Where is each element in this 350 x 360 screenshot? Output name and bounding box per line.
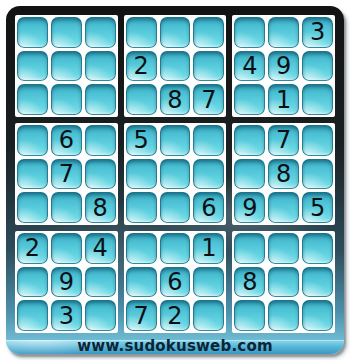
- cell-r5c1[interactable]: [17, 159, 48, 190]
- cell-r1c6[interactable]: [193, 17, 224, 48]
- cell-r1c1[interactable]: [17, 17, 48, 48]
- cell-r4c6[interactable]: [193, 125, 224, 156]
- cell-r5c2[interactable]: 7: [51, 159, 82, 190]
- cell-r5c4[interactable]: [126, 159, 157, 190]
- box-9: 8: [232, 231, 335, 333]
- cell-r2c3[interactable]: [85, 51, 116, 82]
- cell-r8c2[interactable]: 9: [51, 267, 82, 298]
- cell-r2c1[interactable]: [17, 51, 48, 82]
- cell-r1c2[interactable]: [51, 17, 82, 48]
- cell-r9c1[interactable]: [17, 300, 48, 331]
- cell-r3c4[interactable]: [126, 84, 157, 115]
- cell-r6c7[interactable]: 9: [234, 192, 265, 223]
- cell-r7c1[interactable]: 2: [17, 233, 48, 264]
- cell-r1c3[interactable]: [85, 17, 116, 48]
- cell-r9c2[interactable]: 3: [51, 300, 82, 331]
- cell-r3c7[interactable]: [234, 84, 265, 115]
- cell-r9c5[interactable]: 2: [160, 300, 191, 331]
- cell-r2c9[interactable]: [302, 51, 333, 82]
- cell-r2c4[interactable]: 2: [126, 51, 157, 82]
- board-frame: 2873491678567895249316728 www.sudokusweb…: [6, 6, 344, 354]
- cell-r2c8[interactable]: 9: [268, 51, 299, 82]
- cell-r8c1[interactable]: [17, 267, 48, 298]
- cell-r1c9[interactable]: 3: [302, 17, 333, 48]
- box-2: 287: [124, 15, 227, 117]
- cell-r7c2[interactable]: [51, 233, 82, 264]
- cell-r5c7[interactable]: [234, 159, 265, 190]
- box-5: 56: [124, 123, 227, 225]
- cell-r8c3[interactable]: [85, 267, 116, 298]
- cell-r6c6[interactable]: 6: [193, 192, 224, 223]
- box-1: [15, 15, 118, 117]
- cell-r4c3[interactable]: [85, 125, 116, 156]
- cell-r4c8[interactable]: 7: [268, 125, 299, 156]
- cell-r3c6[interactable]: 7: [193, 84, 224, 115]
- cell-r6c8[interactable]: [268, 192, 299, 223]
- cell-r3c3[interactable]: [85, 84, 116, 115]
- cell-r8c6[interactable]: [193, 267, 224, 298]
- box-4: 678: [15, 123, 118, 225]
- cell-r7c3[interactable]: 4: [85, 233, 116, 264]
- cell-r4c9[interactable]: [302, 125, 333, 156]
- cell-r4c7[interactable]: [234, 125, 265, 156]
- cell-r9c6[interactable]: [193, 300, 224, 331]
- box-3: 3491: [232, 15, 335, 117]
- cell-r8c5[interactable]: 6: [160, 267, 191, 298]
- cell-r6c9[interactable]: 5: [302, 192, 333, 223]
- box-8: 1672: [124, 231, 227, 333]
- cell-r5c6[interactable]: [193, 159, 224, 190]
- cell-r8c4[interactable]: [126, 267, 157, 298]
- cell-r1c7[interactable]: [234, 17, 265, 48]
- sudoku-screenshot: 2873491678567895249316728 www.sudokusweb…: [0, 0, 350, 360]
- cell-r2c5[interactable]: [160, 51, 191, 82]
- cell-r5c5[interactable]: [160, 159, 191, 190]
- cell-r3c2[interactable]: [51, 84, 82, 115]
- cell-r8c8[interactable]: [268, 267, 299, 298]
- cell-r6c2[interactable]: [51, 192, 82, 223]
- cell-r9c8[interactable]: [268, 300, 299, 331]
- cell-r7c9[interactable]: [302, 233, 333, 264]
- cell-r6c5[interactable]: [160, 192, 191, 223]
- cell-r3c8[interactable]: 1: [268, 84, 299, 115]
- cell-r5c3[interactable]: [85, 159, 116, 190]
- cell-r6c4[interactable]: [126, 192, 157, 223]
- cell-r4c2[interactable]: 6: [51, 125, 82, 156]
- cell-r7c6[interactable]: 1: [193, 233, 224, 264]
- site-label: www.sudokusweb.com: [77, 339, 272, 354]
- cell-r2c2[interactable]: [51, 51, 82, 82]
- sudoku-board: 2873491678567895249316728: [6, 6, 344, 333]
- cell-r1c5[interactable]: [160, 17, 191, 48]
- cell-r9c4[interactable]: 7: [126, 300, 157, 331]
- cell-r7c7[interactable]: [234, 233, 265, 264]
- cell-r4c5[interactable]: [160, 125, 191, 156]
- cell-r9c3[interactable]: [85, 300, 116, 331]
- footer-bar: www.sudokusweb.com: [6, 340, 344, 354]
- box-7: 2493: [15, 231, 118, 333]
- cell-r3c9[interactable]: [302, 84, 333, 115]
- cell-r9c7[interactable]: [234, 300, 265, 331]
- cell-r4c1[interactable]: [17, 125, 48, 156]
- cell-r3c1[interactable]: [17, 84, 48, 115]
- cell-r7c4[interactable]: [126, 233, 157, 264]
- box-6: 7895: [232, 123, 335, 225]
- cell-r7c8[interactable]: [268, 233, 299, 264]
- cell-r2c6[interactable]: [193, 51, 224, 82]
- cell-r2c7[interactable]: 4: [234, 51, 265, 82]
- cell-r4c4[interactable]: 5: [126, 125, 157, 156]
- cell-r8c9[interactable]: [302, 267, 333, 298]
- cell-r1c8[interactable]: [268, 17, 299, 48]
- cell-r6c3[interactable]: 8: [85, 192, 116, 223]
- cell-r6c1[interactable]: [17, 192, 48, 223]
- cell-r8c7[interactable]: 8: [234, 267, 265, 298]
- cell-r3c5[interactable]: 8: [160, 84, 191, 115]
- cell-r1c4[interactable]: [126, 17, 157, 48]
- cell-r7c5[interactable]: [160, 233, 191, 264]
- cell-r5c8[interactable]: 8: [268, 159, 299, 190]
- cell-r5c9[interactable]: [302, 159, 333, 190]
- cell-r9c9[interactable]: [302, 300, 333, 331]
